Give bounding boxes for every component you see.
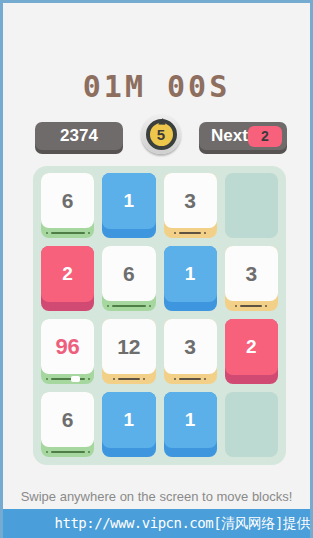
tile-number: 6 — [62, 408, 74, 432]
tile-progress-line — [118, 378, 140, 380]
tile-progress-line — [240, 305, 262, 307]
tile-progress-line — [51, 378, 85, 380]
progress-notch — [71, 376, 80, 382]
tile-progress-line — [179, 232, 201, 234]
tile-12: 12 — [102, 319, 155, 384]
tile-1: 1 — [164, 246, 217, 311]
tile-number: 6 — [123, 262, 135, 286]
score-value: 2374 — [60, 126, 98, 146]
controls-row: 2374 5 Next 2 — [3, 120, 310, 166]
tile-number: 3 — [246, 262, 258, 286]
tile-number: 3 — [184, 189, 196, 213]
tile-6: 6 — [41, 173, 94, 238]
watermark-bar: http://www.vipcn.com[清风网络]提供 — [3, 509, 313, 538]
tile-2: 2 — [41, 246, 94, 311]
score-display[interactable]: 2374 — [35, 122, 123, 150]
tile-1: 1 — [102, 173, 155, 238]
watermark-text: http://www.vipcn.com[清风网络]提供 — [55, 515, 310, 533]
tile-number: 2 — [62, 263, 73, 285]
tile-number: 6 — [62, 189, 74, 213]
game-screen: 01M 00S 2374 5 Next 2 6132613961232611 S… — [0, 0, 313, 538]
tile-1: 1 — [164, 392, 217, 457]
tile-progress-line — [51, 451, 85, 453]
tile-number: 1 — [124, 409, 135, 431]
tile-number: 96 — [55, 334, 79, 360]
next-label: Next — [211, 126, 248, 146]
board[interactable]: 6132613961232611 — [33, 166, 286, 465]
tile-3: 3 — [164, 319, 217, 384]
tile-number: 1 — [185, 409, 196, 431]
tile-6: 6 — [41, 392, 94, 457]
empty-cell — [225, 173, 278, 238]
empty-cell — [225, 392, 278, 457]
tile-progress-line — [51, 232, 85, 234]
tile-3: 3 — [225, 246, 278, 311]
tile-6: 6 — [102, 246, 155, 311]
tile-number: 3 — [184, 335, 196, 359]
undo-count: 5 — [157, 126, 165, 143]
tile-1: 1 — [102, 392, 155, 457]
swipe-hint: Swipe anywhere on the screen to move blo… — [3, 489, 310, 504]
tile-number: 12 — [117, 335, 140, 359]
tile-progress-line — [179, 378, 201, 380]
tile-progress-line — [112, 305, 146, 307]
next-tile-badge: 2 — [248, 126, 282, 147]
next-tile-display[interactable]: Next 2 — [199, 122, 287, 150]
tile-96: 96 — [41, 319, 94, 384]
undo-circular-arrow-icon: 5 — [146, 119, 177, 150]
undo-button[interactable]: 5 — [141, 114, 181, 154]
game-timer: 01M 00S — [3, 69, 310, 104]
tile-number: 1 — [185, 263, 196, 285]
tile-2: 2 — [225, 319, 278, 384]
tile-number: 2 — [246, 336, 257, 358]
tile-number: 1 — [124, 190, 135, 212]
tile-3: 3 — [164, 173, 217, 238]
